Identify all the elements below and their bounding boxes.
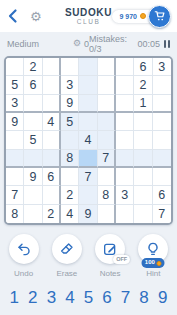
cell-r9c3[interactable]: 2 — [43, 205, 61, 223]
cell-r1c4[interactable] — [61, 58, 79, 76]
numpad-8[interactable]: 8 — [136, 286, 153, 310]
notes-off-badge: OFF — [113, 255, 130, 264]
hint-coin-icon — [157, 261, 162, 266]
cell-r6c7[interactable] — [116, 150, 134, 168]
cell-r4c5[interactable] — [79, 113, 97, 131]
erase-button[interactable]: Erase — [45, 234, 88, 278]
coin-icon — [140, 13, 146, 19]
hint-label: Hint — [146, 269, 160, 278]
cell-r3c8[interactable]: 1 — [134, 95, 152, 113]
cell-r3c2[interactable] — [24, 95, 42, 113]
cell-r1c7[interactable] — [116, 58, 134, 76]
cell-r7c8[interactable] — [134, 168, 152, 186]
numpad-4[interactable]: 4 — [61, 286, 78, 310]
cell-r3c6[interactable] — [98, 95, 116, 113]
cell-r9c6[interactable] — [98, 205, 116, 223]
shop-cart-button[interactable] — [148, 5, 171, 28]
undo-label: Undo — [14, 269, 33, 278]
cell-r9c5[interactable]: 9 — [79, 205, 97, 223]
cell-r2c5[interactable] — [79, 76, 97, 94]
cell-r1c3[interactable] — [43, 58, 61, 76]
mistakes-counter: Mistakes: 0/3 — [89, 34, 137, 54]
cell-r5c2[interactable]: 5 — [24, 131, 42, 149]
cell-r5c8[interactable] — [134, 131, 152, 149]
cell-r1c1[interactable] — [6, 58, 24, 76]
cell-r2c7[interactable] — [116, 76, 134, 94]
cell-r3c9[interactable] — [153, 95, 171, 113]
cell-r2c4[interactable]: 3 — [61, 76, 79, 94]
app-title-main: SUDOKU — [65, 7, 112, 18]
header: ⚙ SUDOKU CLUB 9 970 — [0, 0, 177, 32]
cell-r1c5[interactable] — [79, 58, 97, 76]
cell-r3c4[interactable]: 9 — [61, 95, 79, 113]
cell-r6c2[interactable] — [24, 150, 42, 168]
notes-button[interactable]: OFF Notes — [89, 234, 132, 278]
cell-r2c9[interactable] — [153, 76, 171, 94]
cell-r6c4[interactable]: 8 — [61, 150, 79, 168]
numpad-9[interactable]: 9 — [154, 286, 171, 310]
number-pad: 123456789 — [0, 286, 177, 310]
cell-r6c1[interactable] — [6, 150, 24, 168]
cell-r7c2[interactable]: 9 — [24, 168, 42, 186]
numpad-2[interactable]: 2 — [24, 286, 41, 310]
cell-r9c9[interactable]: 7 — [153, 205, 171, 223]
cell-r4c2[interactable] — [24, 113, 42, 131]
undo-icon — [16, 241, 32, 257]
cell-r7c1[interactable] — [6, 168, 24, 186]
hint-cost-value: 100 — [145, 259, 155, 267]
cell-r8c9[interactable]: 6 — [153, 186, 171, 204]
cell-r5c9[interactable] — [153, 131, 171, 149]
cell-r6c6[interactable]: 7 — [98, 150, 116, 168]
cell-r8c6[interactable]: 8 — [98, 186, 116, 204]
status-bar: Medium ⚙ 0 Mistakes: 0/3 00:05 — [0, 32, 177, 55]
cell-r2c3[interactable] — [43, 76, 61, 94]
cell-r2c8[interactable]: 2 — [134, 76, 152, 94]
cell-r9c7[interactable] — [116, 205, 134, 223]
numpad-5[interactable]: 5 — [80, 286, 97, 310]
difficulty-label[interactable]: Medium — [7, 39, 39, 49]
cell-r8c3[interactable] — [43, 186, 61, 204]
score-counter: ⚙ 0 — [73, 39, 89, 49]
app-title-sub: CLUB — [77, 18, 101, 25]
cell-r7c7[interactable] — [116, 168, 134, 186]
cell-r8c2[interactable] — [24, 186, 42, 204]
cell-r5c1[interactable] — [6, 131, 24, 149]
cell-r1c8[interactable]: 6 — [134, 58, 152, 76]
cart-icon — [154, 10, 166, 22]
cell-r3c7[interactable] — [116, 95, 134, 113]
cell-r8c7[interactable]: 3 — [116, 186, 134, 204]
cell-r7c3[interactable]: 6 — [43, 168, 61, 186]
numpad-6[interactable]: 6 — [99, 286, 116, 310]
cell-r9c2[interactable] — [24, 205, 42, 223]
cell-r3c1[interactable]: 3 — [6, 95, 24, 113]
cell-r8c4[interactable]: 2 — [61, 186, 79, 204]
cell-r4c6[interactable] — [98, 113, 116, 131]
cell-r1c2[interactable]: 2 — [24, 58, 42, 76]
cell-r3c5[interactable] — [79, 95, 97, 113]
cell-r7c6[interactable] — [98, 168, 116, 186]
back-icon[interactable] — [6, 8, 20, 24]
cell-r6c8[interactable] — [134, 150, 152, 168]
numpad-1[interactable]: 1 — [6, 286, 23, 310]
cell-r2c1[interactable]: 5 — [6, 76, 24, 94]
cell-r4c3[interactable]: 4 — [43, 113, 61, 131]
toolbar: Undo Erase OFF Notes 100 — [0, 234, 177, 278]
cell-r8c1[interactable]: 7 — [6, 186, 24, 204]
cell-r4c7[interactable] — [116, 113, 134, 131]
cell-r6c3[interactable] — [43, 150, 61, 168]
cell-r7c4[interactable] — [61, 168, 79, 186]
undo-button[interactable]: Undo — [2, 234, 45, 278]
cell-r5c3[interactable] — [43, 131, 61, 149]
bulb-icon — [145, 241, 161, 257]
notes-label: Notes — [100, 269, 121, 278]
cell-r6c9[interactable] — [153, 150, 171, 168]
cell-r3c3[interactable] — [43, 95, 61, 113]
cell-r8c5[interactable] — [79, 186, 97, 204]
sudoku-board: 263563239194554879677283682497 — [4, 56, 173, 225]
cell-r4c4[interactable]: 5 — [61, 113, 79, 131]
hint-cost-badge: 100 — [142, 258, 165, 268]
cell-r8c8[interactable] — [134, 186, 152, 204]
cell-r2c2[interactable]: 6 — [24, 76, 42, 94]
timer: 00:05 — [137, 39, 160, 49]
settings-gear-icon[interactable]: ⚙ — [30, 10, 42, 23]
cell-r7c5[interactable]: 7 — [79, 168, 97, 186]
cell-r1c6[interactable] — [98, 58, 116, 76]
cell-r5c6[interactable] — [98, 131, 116, 149]
cell-r5c5[interactable]: 4 — [79, 131, 97, 149]
score-icon: ⚙ — [73, 39, 81, 48]
numpad-3[interactable]: 3 — [43, 286, 60, 310]
cell-r9c1[interactable]: 8 — [6, 205, 24, 223]
pause-icon[interactable] — [164, 40, 170, 48]
cell-r7c9[interactable] — [153, 168, 171, 186]
hint-button[interactable]: 100 Hint — [132, 234, 175, 278]
erase-label: Erase — [56, 269, 77, 278]
cell-r4c9[interactable] — [153, 113, 171, 131]
cell-r6c5[interactable] — [79, 150, 97, 168]
cell-r5c7[interactable] — [116, 131, 134, 149]
cell-r9c4[interactable]: 4 — [61, 205, 79, 223]
cell-r9c8[interactable] — [134, 205, 152, 223]
eraser-icon — [59, 241, 75, 257]
coin-amount: 9 970 — [119, 13, 137, 20]
cell-r2c6[interactable] — [98, 76, 116, 94]
numpad-7[interactable]: 7 — [117, 286, 134, 310]
cell-r4c8[interactable] — [134, 113, 152, 131]
cell-r5c4[interactable] — [61, 131, 79, 149]
cell-r1c9[interactable]: 3 — [153, 58, 171, 76]
cell-r4c1[interactable]: 9 — [6, 113, 24, 131]
